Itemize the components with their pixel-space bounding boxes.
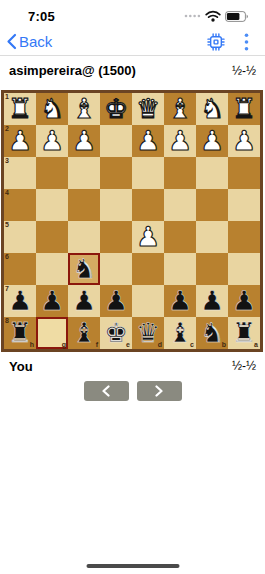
square-c2[interactable]: ♟ (164, 125, 196, 157)
white-pawn: ♟ (232, 125, 256, 157)
square-c1[interactable]: ♝ (164, 93, 196, 125)
status-icons (184, 10, 249, 22)
black-king: ♚ (104, 317, 128, 349)
opponent-name: asimpereira@ (1500) (9, 63, 136, 78)
square-b5[interactable] (196, 221, 228, 253)
home-indicator[interactable] (86, 564, 179, 568)
square-e4[interactable] (100, 189, 132, 221)
square-d5[interactable]: ♟ (132, 221, 164, 253)
move-forward-button[interactable] (137, 381, 182, 401)
square-g4[interactable] (36, 189, 68, 221)
move-controls (0, 381, 265, 401)
you-name: You (9, 359, 33, 374)
battery-icon (225, 11, 249, 22)
square-f5[interactable] (68, 221, 100, 253)
back-button[interactable]: Back (6, 33, 52, 50)
white-bishop: ♝ (168, 93, 192, 125)
square-d1[interactable]: ♛ (132, 93, 164, 125)
square-g8[interactable]: g (36, 317, 68, 349)
white-pawn: ♟ (8, 125, 32, 157)
square-h1[interactable]: ♜1 (4, 93, 36, 125)
square-d8[interactable]: ♛d (132, 317, 164, 349)
square-d2[interactable]: ♟ (132, 125, 164, 157)
rank-label: 5 (5, 221, 9, 229)
square-h5[interactable]: 5 (4, 221, 36, 253)
white-knight: ♞ (40, 93, 64, 125)
white-pawn: ♟ (136, 221, 160, 253)
move-back-button[interactable] (84, 381, 129, 401)
white-bishop: ♝ (72, 93, 96, 125)
chevron-right-icon (154, 385, 164, 397)
square-d7[interactable] (132, 285, 164, 317)
square-g3[interactable] (36, 157, 68, 189)
square-e1[interactable]: ♚ (100, 93, 132, 125)
square-c6[interactable] (164, 253, 196, 285)
black-pawn: ♟ (200, 285, 224, 317)
black-pawn: ♟ (40, 285, 64, 317)
square-f2[interactable]: ♟ (68, 125, 100, 157)
white-king: ♚ (104, 93, 128, 125)
wifi-icon (205, 10, 221, 22)
black-knight: ♞ (200, 317, 224, 349)
square-c4[interactable] (164, 189, 196, 221)
rank-label: 1 (5, 93, 9, 101)
square-b2[interactable]: ♟ (196, 125, 228, 157)
file-label: g (62, 341, 66, 349)
black-knight: ♞ (72, 253, 96, 285)
rank-label: 4 (5, 189, 9, 197)
opponent-row: asimpereira@ (1500) ½-½ (0, 56, 265, 85)
square-e5[interactable] (100, 221, 132, 253)
file-label: d (158, 341, 162, 349)
square-c8[interactable]: ♝c (164, 317, 196, 349)
square-a7[interactable]: ♟ (228, 285, 260, 317)
you-row: You ½-½ (0, 352, 265, 378)
square-h2[interactable]: ♟2 (4, 125, 36, 157)
board-frame: ♜1♞♝♚♛♝♞♜♟2♟♟♟♟♟♟345♟6♞♟7♟♟♟♟♟♟♜8hg♝f♚e♛… (1, 90, 263, 352)
square-a3[interactable] (228, 157, 260, 189)
square-a6[interactable] (228, 253, 260, 285)
more-menu-icon (244, 33, 249, 51)
square-a4[interactable] (228, 189, 260, 221)
file-label: b (222, 341, 226, 349)
square-b6[interactable] (196, 253, 228, 285)
square-c3[interactable] (164, 157, 196, 189)
black-pawn: ♟ (8, 285, 32, 317)
square-c5[interactable] (164, 221, 196, 253)
white-queen: ♛ (136, 93, 160, 125)
engine-button[interactable] (207, 33, 225, 51)
you-score: ½-½ (232, 359, 256, 373)
square-b7[interactable]: ♟ (196, 285, 228, 317)
white-pawn: ♟ (168, 125, 192, 157)
black-pawn: ♟ (232, 285, 256, 317)
white-pawn: ♟ (200, 125, 224, 157)
square-g6[interactable] (36, 253, 68, 285)
black-rook: ♜ (232, 317, 256, 349)
rank-label: 2 (5, 125, 9, 133)
square-e7[interactable]: ♟ (100, 285, 132, 317)
square-f8[interactable]: ♝f (68, 317, 100, 349)
square-a8[interactable]: ♜a (228, 317, 260, 349)
square-g1[interactable]: ♞ (36, 93, 68, 125)
square-h4[interactable]: 4 (4, 189, 36, 221)
square-d3[interactable] (132, 157, 164, 189)
white-rook: ♜ (8, 93, 32, 125)
square-d6[interactable] (132, 253, 164, 285)
square-e6[interactable] (100, 253, 132, 285)
square-c7[interactable]: ♟ (164, 285, 196, 317)
square-g2[interactable]: ♟ (36, 125, 68, 157)
rank-label: 7 (5, 285, 9, 293)
more-menu-button[interactable] (244, 33, 249, 51)
square-f7[interactable]: ♟ (68, 285, 100, 317)
square-b1[interactable]: ♞ (196, 93, 228, 125)
engine-chip-icon (207, 33, 225, 51)
square-a5[interactable] (228, 221, 260, 253)
black-pawn: ♟ (168, 285, 192, 317)
square-a1[interactable]: ♜ (228, 93, 260, 125)
opponent-score: ½-½ (232, 64, 256, 78)
square-h7[interactable]: ♟7 (4, 285, 36, 317)
square-h3[interactable]: 3 (4, 157, 36, 189)
square-f1[interactable]: ♝ (68, 93, 100, 125)
back-label: Back (19, 33, 52, 50)
white-pawn: ♟ (40, 125, 64, 157)
status-bar: 7:05 (0, 0, 265, 28)
rank-label: 3 (5, 157, 9, 165)
file-label: f (96, 341, 98, 349)
square-g7[interactable]: ♟ (36, 285, 68, 317)
clock: 7:05 (28, 9, 55, 24)
back-chevron-icon (6, 33, 17, 50)
white-pawn: ♟ (72, 125, 96, 157)
square-f4[interactable] (68, 189, 100, 221)
square-f6[interactable]: ♞ (68, 253, 100, 285)
black-pawn: ♟ (104, 285, 128, 317)
black-pawn: ♟ (72, 285, 96, 317)
file-label: a (254, 341, 258, 349)
square-b8[interactable]: ♞b (196, 317, 228, 349)
square-b3[interactable] (196, 157, 228, 189)
rank-label: 8 (5, 317, 9, 325)
chess-board: ♜1♞♝♚♛♝♞♜♟2♟♟♟♟♟♟345♟6♞♟7♟♟♟♟♟♟♜8hg♝f♚e♛… (4, 93, 260, 349)
cellular-signal-icon (184, 14, 201, 18)
file-label: c (190, 341, 194, 349)
navigation-bar: Back (0, 28, 265, 56)
black-rook: ♜ (8, 317, 32, 349)
black-bishop: ♝ (168, 317, 192, 349)
white-pawn: ♟ (136, 125, 160, 157)
square-h6[interactable]: 6 (4, 253, 36, 285)
square-g5[interactable] (36, 221, 68, 253)
chevron-left-icon (101, 385, 111, 397)
white-knight: ♞ (200, 93, 224, 125)
square-d4[interactable] (132, 189, 164, 221)
square-e2[interactable] (100, 125, 132, 157)
black-bishop: ♝ (72, 317, 96, 349)
white-rook: ♜ (232, 93, 256, 125)
square-f3[interactable] (68, 157, 100, 189)
square-e3[interactable] (100, 157, 132, 189)
rank-label: 6 (5, 253, 9, 261)
file-label: e (126, 341, 130, 349)
square-b4[interactable] (196, 189, 228, 221)
square-h8[interactable]: ♜8h (4, 317, 36, 349)
square-a2[interactable]: ♟ (228, 125, 260, 157)
file-label: h (30, 341, 34, 349)
black-queen: ♛ (136, 317, 160, 349)
square-e8[interactable]: ♚e (100, 317, 132, 349)
